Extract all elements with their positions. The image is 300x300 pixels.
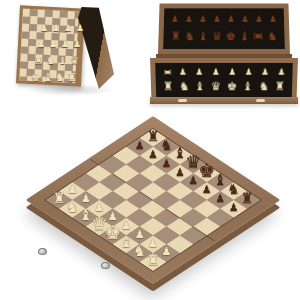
dark-piece: ♟ (269, 15, 277, 24)
dark-piece: ♟ (255, 15, 263, 24)
white-piece: ♟ (64, 24, 72, 33)
white-piece: ♚ (31, 72, 41, 83)
board-clasp-left (38, 248, 47, 255)
white-piece: ♜ (34, 56, 43, 66)
white-piece: ♜ (67, 72, 77, 83)
folded-board-view: ♟♟♟♟♟♟♟♟♜♞♝♛♚♝♞♜ (14, 2, 126, 98)
dark-piece: ♜ (252, 31, 264, 42)
white-rook: ♜ (147, 253, 160, 267)
black-pawn: ♟ (161, 157, 171, 168)
case-clasp-left (178, 99, 187, 102)
white-piece: ♟ (76, 24, 84, 33)
black-knight: ♞ (227, 182, 240, 196)
case-lid: ♟♟♟♟♟♟♟♟♜♞♝♛♚♝♜♞ (158, 4, 290, 54)
light-piece: ♜ (162, 68, 171, 76)
dark-piece: ♟ (241, 15, 249, 24)
light-piece: ♟ (261, 68, 269, 77)
white-knight: ♞ (133, 244, 146, 258)
dark-piece: ♟ (199, 15, 207, 24)
case-lid-row: ♜♞♝♛♚♝♜♞ (163, 30, 284, 42)
black-pawn: ♟ (215, 193, 225, 204)
case-clasp-right (256, 99, 265, 102)
storage-case-view: ♟♟♟♟♟♟♟♟♜♞♝♛♚♝♜♞ ♜♟♟♟♟♟♟♟♜♞♝♛♚♝♞♜ (150, 2, 298, 104)
dark-piece: ♟ (213, 15, 221, 24)
black-pawn: ♟ (148, 148, 158, 159)
white-knight: ♞ (66, 200, 79, 214)
dark-piece: ♚ (226, 30, 237, 42)
white-pawn: ♟ (148, 237, 158, 248)
light-piece: ♟ (212, 68, 220, 77)
dark-piece: ♛ (212, 30, 223, 42)
white-piece: ♝ (58, 56, 67, 66)
light-piece: ♝ (243, 81, 254, 93)
light-piece: ♟ (195, 68, 203, 77)
case-tray-row: ♜♟♟♟♟♟♟♟ (155, 68, 292, 77)
white-piece: ♟ (37, 40, 45, 49)
light-piece: ♜ (274, 81, 285, 93)
case-tray-row: ♜♞♝♛♚♝♞♜ (156, 81, 293, 93)
white-pawn: ♟ (135, 228, 145, 239)
white-pawn: ♟ (161, 246, 171, 257)
light-piece: ♟ (245, 68, 253, 77)
white-piece: ♟ (73, 40, 81, 49)
white-pawn: ♟ (108, 210, 118, 221)
white-pawn: ♟ (121, 219, 131, 230)
light-piece: ♛ (211, 81, 222, 93)
black-pawn: ♟ (229, 202, 239, 213)
black-knight: ♞ (160, 138, 173, 152)
white-pawn: ♟ (67, 184, 77, 195)
board-clasp-front (101, 262, 110, 269)
light-piece: ♟ (277, 68, 285, 77)
black-bishop: ♝ (213, 172, 226, 187)
dark-piece: ♞ (267, 30, 278, 42)
white-piece: ♟ (61, 40, 69, 49)
dark-piece: ♟ (227, 15, 235, 24)
white-piece: ♟ (40, 24, 48, 33)
white-piece: ♟ (49, 40, 57, 49)
white-piece: ♞ (46, 56, 55, 66)
white-piece: ♞ (55, 72, 65, 83)
case-tray: ♜♟♟♟♟♟♟♟♜♞♝♛♚♝♞♜ (150, 58, 298, 97)
black-pawn: ♟ (188, 175, 198, 186)
dark-piece: ♞ (184, 30, 195, 42)
black-rook: ♜ (147, 129, 160, 143)
folded-board-pieces: ♟♟♟♟♟♟♟♟♜♞♝♛♚♝♞♜ (14, 2, 126, 98)
white-piece: ♛ (70, 56, 79, 66)
case-front-rim (150, 97, 298, 104)
dark-piece: ♝ (198, 30, 209, 42)
case-lid-row: ♟♟♟♟♟♟♟♟ (164, 15, 284, 24)
dark-piece: ♟ (171, 15, 179, 24)
white-piece: ♟ (52, 24, 60, 33)
light-piece: ♟ (179, 68, 187, 77)
dark-piece: ♝ (239, 30, 250, 42)
product-photo: ♟♟♟♟♟♟♟♟♜♞♝♛♚♝♞♜ ♟♟♟♟♟♟♟♟♜♞♝♛♚♝♜♞ ♜♟♟♟♟♟… (0, 0, 300, 300)
black-rook: ♜ (241, 191, 254, 205)
light-piece: ♜ (163, 81, 174, 93)
light-piece: ♞ (179, 81, 190, 93)
black-pawn: ♟ (135, 140, 145, 151)
white-pawn: ♟ (94, 202, 104, 213)
light-piece: ♝ (195, 81, 206, 93)
white-bishop: ♝ (119, 234, 132, 249)
dark-piece: ♜ (170, 30, 181, 42)
light-piece: ♞ (258, 81, 269, 93)
black-pawn: ♟ (202, 184, 212, 195)
white-rook: ♜ (53, 191, 66, 205)
white-pawn: ♟ (81, 193, 91, 204)
white-piece: ♝ (43, 72, 53, 83)
dark-piece: ♟ (185, 15, 193, 24)
open-board-view: ♜♞♝♛♚♝♞♜♟♟♟♟♟♟♟♟♟♟♟♟♟♟♟♟♜♞♝♛♚♝♞♜ (26, 116, 281, 284)
light-piece: ♚ (227, 81, 238, 93)
black-pawn: ♟ (175, 166, 185, 177)
light-piece: ♟ (228, 68, 236, 77)
